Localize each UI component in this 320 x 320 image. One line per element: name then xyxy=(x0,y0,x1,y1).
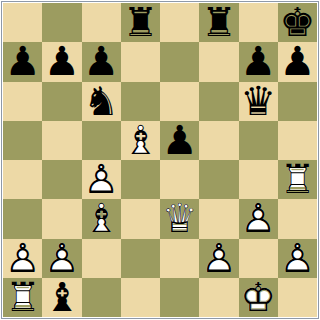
black-piece-glyph: ♝ xyxy=(44,277,80,317)
square-h1[interactable] xyxy=(278,278,317,317)
white-pawn-c4[interactable]: ♟♙ xyxy=(82,160,121,200)
white-pawn-a2[interactable]: ♟♙ xyxy=(3,239,42,279)
square-h3[interactable] xyxy=(278,199,317,238)
square-g4[interactable] xyxy=(239,160,278,199)
square-f2[interactable]: ♟♙ xyxy=(199,239,238,278)
white-pawn-g3[interactable]: ♟♙ xyxy=(239,199,278,239)
white-pawn-b2[interactable]: ♟♙ xyxy=(42,239,81,279)
square-f4[interactable] xyxy=(199,160,238,199)
white-piece-outline: ♙ xyxy=(44,238,80,278)
black-piece-glyph: ♟ xyxy=(240,41,276,81)
white-piece-outline: ♙ xyxy=(83,159,119,199)
square-a4[interactable] xyxy=(3,160,42,199)
black-piece-glyph: ♟ xyxy=(5,41,41,81)
black-pawn-e5[interactable]: ♟ xyxy=(160,121,199,161)
square-d6[interactable] xyxy=(121,82,160,121)
white-piece-outline: ♗ xyxy=(83,198,119,238)
black-king-h8[interactable]: ♚ xyxy=(278,3,317,43)
chess-board: ♜♜♚♟♟♟♟♟♞♛♝♗♟♟♙♜♖♝♗♛♕♟♙♟♙♟♙♟♙♟♙♜♖♝♚♔ xyxy=(3,3,317,317)
square-b2[interactable]: ♟♙ xyxy=(42,239,81,278)
square-e1[interactable] xyxy=(160,278,199,317)
square-a5[interactable] xyxy=(3,121,42,160)
black-pawn-a7[interactable]: ♟ xyxy=(3,42,42,82)
white-king-g1[interactable]: ♚♔ xyxy=(239,278,278,318)
square-a8[interactable] xyxy=(3,3,42,42)
square-d5[interactable]: ♝♗ xyxy=(121,121,160,160)
square-d3[interactable] xyxy=(121,199,160,238)
square-e4[interactable] xyxy=(160,160,199,199)
square-h5[interactable] xyxy=(278,121,317,160)
white-piece-outline: ♖ xyxy=(279,159,315,199)
black-piece-glyph: ♜ xyxy=(122,2,158,42)
square-d7[interactable] xyxy=(121,42,160,81)
square-a3[interactable] xyxy=(3,199,42,238)
square-h7[interactable]: ♟ xyxy=(278,42,317,81)
black-rook-f8[interactable]: ♜ xyxy=(199,3,238,43)
white-piece-outline: ♙ xyxy=(201,238,237,278)
square-b5[interactable] xyxy=(42,121,81,160)
square-g2[interactable] xyxy=(239,239,278,278)
square-f6[interactable] xyxy=(199,82,238,121)
square-h6[interactable] xyxy=(278,82,317,121)
square-f7[interactable] xyxy=(199,42,238,81)
white-bishop-d5[interactable]: ♝♗ xyxy=(121,121,160,161)
square-f3[interactable] xyxy=(199,199,238,238)
square-c2[interactable] xyxy=(82,239,121,278)
black-piece-glyph: ♟ xyxy=(83,41,119,81)
square-a2[interactable]: ♟♙ xyxy=(3,239,42,278)
black-piece-glyph: ♛ xyxy=(240,81,276,121)
square-a1[interactable]: ♜♖ xyxy=(3,278,42,317)
black-queen-g6[interactable]: ♛ xyxy=(239,82,278,122)
white-piece-outline: ♙ xyxy=(240,198,276,238)
black-piece-glyph: ♜ xyxy=(201,2,237,42)
square-c4[interactable]: ♟♙ xyxy=(82,160,121,199)
white-piece-outline: ♕ xyxy=(162,198,198,238)
black-knight-c6[interactable]: ♞ xyxy=(82,82,121,122)
square-g8[interactable] xyxy=(239,3,278,42)
square-e6[interactable] xyxy=(160,82,199,121)
white-rook-h4[interactable]: ♜♖ xyxy=(278,160,317,200)
square-e7[interactable] xyxy=(160,42,199,81)
square-c7[interactable]: ♟ xyxy=(82,42,121,81)
board-frame: ♜♜♚♟♟♟♟♟♞♛♝♗♟♟♙♜♖♝♗♛♕♟♙♟♙♟♙♟♙♟♙♜♖♝♚♔ xyxy=(0,0,320,320)
square-b8[interactable] xyxy=(42,3,81,42)
square-g5[interactable] xyxy=(239,121,278,160)
square-f5[interactable] xyxy=(199,121,238,160)
square-c5[interactable] xyxy=(82,121,121,160)
white-piece-outline: ♗ xyxy=(122,120,158,160)
square-f1[interactable] xyxy=(199,278,238,317)
white-bishop-c3[interactable]: ♝♗ xyxy=(82,199,121,239)
square-b7[interactable]: ♟ xyxy=(42,42,81,81)
square-d1[interactable] xyxy=(121,278,160,317)
square-g7[interactable]: ♟ xyxy=(239,42,278,81)
black-pawn-c7[interactable]: ♟ xyxy=(82,42,121,82)
square-c1[interactable] xyxy=(82,278,121,317)
white-pawn-f2[interactable]: ♟♙ xyxy=(199,239,238,279)
square-e5[interactable]: ♟ xyxy=(160,121,199,160)
black-bishop-b1[interactable]: ♝ xyxy=(42,278,81,318)
square-e2[interactable] xyxy=(160,239,199,278)
black-rook-d8[interactable]: ♜ xyxy=(121,3,160,43)
square-d4[interactable] xyxy=(121,160,160,199)
square-h2[interactable]: ♟♙ xyxy=(278,239,317,278)
white-piece-outline: ♙ xyxy=(5,238,41,278)
white-queen-e3[interactable]: ♛♕ xyxy=(160,199,199,239)
square-c3[interactable]: ♝♗ xyxy=(82,199,121,238)
black-piece-glyph: ♟ xyxy=(162,120,198,160)
square-e3[interactable]: ♛♕ xyxy=(160,199,199,238)
square-h8[interactable]: ♚ xyxy=(278,3,317,42)
square-g1[interactable]: ♚♔ xyxy=(239,278,278,317)
square-b1[interactable]: ♝ xyxy=(42,278,81,317)
square-g3[interactable]: ♟♙ xyxy=(239,199,278,238)
black-piece-glyph: ♚ xyxy=(279,2,315,42)
white-piece-outline: ♖ xyxy=(5,277,41,317)
square-d8[interactable]: ♜ xyxy=(121,3,160,42)
square-b6[interactable] xyxy=(42,82,81,121)
square-b4[interactable] xyxy=(42,160,81,199)
white-piece-outline: ♔ xyxy=(240,277,276,317)
square-d2[interactable] xyxy=(121,239,160,278)
square-h4[interactable]: ♜♖ xyxy=(278,160,317,199)
square-c8[interactable] xyxy=(82,3,121,42)
black-pawn-g7[interactable]: ♟ xyxy=(239,42,278,82)
black-pawn-b7[interactable]: ♟ xyxy=(42,42,81,82)
square-b3[interactable] xyxy=(42,199,81,238)
black-piece-glyph: ♟ xyxy=(279,41,315,81)
white-rook-a1[interactable]: ♜♖ xyxy=(3,278,42,318)
black-piece-glyph: ♟ xyxy=(44,41,80,81)
square-f8[interactable]: ♜ xyxy=(199,3,238,42)
black-piece-glyph: ♞ xyxy=(83,81,119,121)
square-c6[interactable]: ♞ xyxy=(82,82,121,121)
square-a6[interactable] xyxy=(3,82,42,121)
white-pawn-h2[interactable]: ♟♙ xyxy=(278,239,317,279)
black-pawn-h7[interactable]: ♟ xyxy=(278,42,317,82)
square-a7[interactable]: ♟ xyxy=(3,42,42,81)
square-e8[interactable] xyxy=(160,3,199,42)
square-g6[interactable]: ♛ xyxy=(239,82,278,121)
white-piece-outline: ♙ xyxy=(279,238,315,278)
